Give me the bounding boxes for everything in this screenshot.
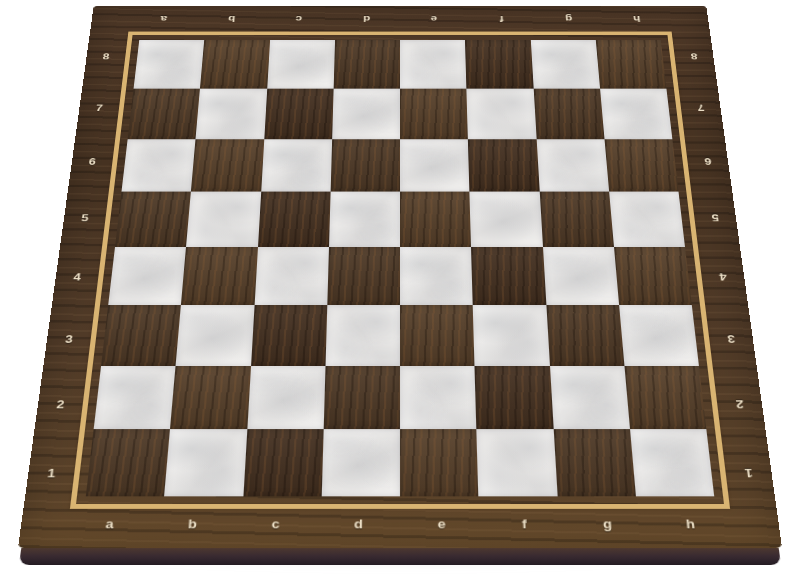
product-photo: abcdefghabcdefgh8765432187654321 — [0, 0, 800, 577]
square-b2 — [170, 366, 250, 430]
square-e5 — [400, 192, 471, 247]
square-f2 — [475, 366, 553, 430]
square-f5 — [470, 192, 543, 247]
square-h8 — [596, 40, 667, 88]
rank-label-left-7: 7 — [76, 82, 122, 135]
rank-label-left-4: 4 — [52, 247, 102, 308]
square-b1 — [164, 429, 246, 496]
square-a8 — [134, 40, 205, 88]
square-d1 — [321, 429, 400, 496]
square-e2 — [400, 366, 477, 430]
rank-label-right-4: 4 — [698, 247, 748, 308]
square-f7 — [467, 88, 537, 139]
square-g5 — [539, 192, 613, 247]
rank-label-left-6: 6 — [68, 134, 116, 189]
square-d7 — [332, 88, 400, 139]
rank-label-left-5: 5 — [60, 189, 109, 247]
squares-grid — [86, 40, 714, 496]
square-e3 — [400, 305, 475, 366]
square-c5 — [258, 192, 331, 247]
file-label-bottom-d: d — [316, 509, 400, 548]
file-label-bottom-f: f — [483, 509, 568, 548]
square-e7 — [400, 88, 468, 139]
square-f4 — [471, 247, 546, 305]
square-g1 — [553, 429, 635, 496]
square-e8 — [400, 40, 467, 88]
square-f6 — [468, 139, 539, 192]
file-label-top-g: g — [534, 6, 603, 32]
file-label-bottom-c: c — [233, 509, 318, 548]
square-g8 — [530, 40, 599, 88]
square-d6 — [330, 139, 400, 192]
rank-label-right-8: 8 — [672, 32, 717, 82]
square-a5 — [115, 192, 191, 247]
square-d5 — [329, 192, 400, 247]
square-b6 — [191, 139, 264, 192]
square-h6 — [604, 139, 678, 192]
board-frame: abcdefghabcdefgh8765432187654321 — [18, 6, 782, 548]
square-h1 — [630, 429, 714, 496]
square-g4 — [543, 247, 619, 305]
rank-label-left-3: 3 — [43, 308, 95, 372]
file-label-top-c: c — [264, 6, 333, 32]
square-b8 — [200, 40, 269, 88]
rank-label-left-8: 8 — [83, 32, 128, 82]
square-c6 — [261, 139, 332, 192]
square-g2 — [549, 366, 629, 430]
square-c2 — [247, 366, 325, 430]
square-h3 — [619, 305, 699, 366]
file-label-bottom-g: g — [565, 509, 651, 548]
rank-label-right-7: 7 — [678, 82, 724, 135]
square-a3 — [101, 305, 181, 366]
square-a6 — [121, 139, 195, 192]
square-b3 — [176, 305, 254, 366]
inlay-border — [70, 32, 730, 509]
square-c8 — [267, 40, 335, 88]
square-g3 — [546, 305, 624, 366]
square-f3 — [473, 305, 550, 366]
file-label-top-a: a — [128, 6, 198, 32]
rank-label-left-2: 2 — [33, 371, 87, 438]
file-label-top-e: e — [400, 6, 468, 32]
square-c4 — [254, 247, 329, 305]
square-h5 — [609, 192, 685, 247]
square-a2 — [94, 366, 176, 430]
square-e4 — [400, 247, 473, 305]
file-label-top-h: h — [601, 6, 671, 32]
square-e1 — [400, 429, 479, 496]
square-c3 — [251, 305, 328, 366]
rank-label-right-2: 2 — [713, 371, 767, 438]
file-label-bottom-e: e — [400, 509, 484, 548]
square-g7 — [533, 88, 604, 139]
square-b5 — [186, 192, 260, 247]
chess-board: abcdefghabcdefgh8765432187654321 — [18, 6, 782, 548]
square-d8 — [333, 40, 400, 88]
file-label-bottom-h: h — [648, 509, 735, 548]
square-f1 — [477, 429, 558, 496]
board-side-edge — [19, 548, 781, 565]
square-d2 — [323, 366, 400, 430]
square-c1 — [243, 429, 324, 496]
square-c7 — [264, 88, 334, 139]
square-h7 — [600, 88, 673, 139]
square-g6 — [536, 139, 609, 192]
rank-label-right-1: 1 — [721, 438, 776, 509]
square-a4 — [108, 247, 186, 305]
file-label-bottom-b: b — [149, 509, 235, 548]
rank-label-right-6: 6 — [684, 134, 732, 189]
square-h4 — [614, 247, 692, 305]
square-b4 — [181, 247, 257, 305]
file-label-bottom-a: a — [65, 509, 152, 548]
square-a1 — [86, 429, 170, 496]
file-label-top-d: d — [332, 6, 400, 32]
square-h2 — [624, 366, 706, 430]
rank-label-left-1: 1 — [23, 438, 78, 509]
rank-label-right-3: 3 — [705, 308, 757, 372]
square-f8 — [465, 40, 533, 88]
file-label-top-b: b — [196, 6, 265, 32]
square-a7 — [128, 88, 201, 139]
square-e6 — [400, 139, 470, 192]
file-label-top-f: f — [467, 6, 536, 32]
square-d4 — [327, 247, 400, 305]
square-d3 — [325, 305, 400, 366]
square-b7 — [196, 88, 267, 139]
rank-label-right-5: 5 — [691, 189, 740, 247]
